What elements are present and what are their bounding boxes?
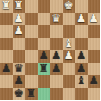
square-d4[interactable]	[50, 38, 63, 51]
black-king: ♚	[14, 88, 24, 101]
white-king: ♚	[64, 0, 74, 13]
black-pawn: ♟	[76, 63, 86, 76]
square-h7[interactable]	[0, 75, 13, 88]
square-a3[interactable]	[88, 25, 101, 38]
square-e4[interactable]	[38, 38, 51, 51]
square-c5[interactable]: ♟	[63, 50, 76, 63]
square-e3[interactable]	[38, 25, 51, 38]
white-pawn: ♟	[89, 13, 99, 26]
square-b2[interactable]: ♟	[75, 13, 88, 26]
black-pawn: ♟	[76, 50, 86, 63]
square-b1[interactable]	[75, 0, 88, 13]
white-bishop: ♝	[64, 38, 74, 51]
square-g1[interactable]: ♜	[13, 0, 26, 13]
square-d2[interactable]: ♛	[50, 13, 63, 26]
square-b3[interactable]	[75, 25, 88, 38]
square-d7[interactable]	[50, 75, 63, 88]
square-c8[interactable]	[63, 88, 76, 101]
square-e7[interactable]	[38, 75, 51, 88]
square-f2[interactable]	[25, 13, 38, 26]
square-d3[interactable]	[50, 25, 63, 38]
square-g2[interactable]: ♟	[13, 13, 26, 26]
square-h6[interactable]: ♟	[0, 63, 13, 76]
square-h3[interactable]	[0, 25, 13, 38]
square-f5[interactable]	[25, 50, 38, 63]
square-g7[interactable]: ♟	[13, 75, 26, 88]
square-a6[interactable]	[88, 63, 101, 76]
black-pawn: ♟	[89, 75, 99, 88]
black-pawn: ♟	[51, 63, 61, 76]
square-e2[interactable]	[38, 13, 51, 26]
square-e6[interactable]: ♜	[38, 63, 51, 76]
square-g8[interactable]: ♚	[13, 88, 26, 101]
square-f1[interactable]	[25, 0, 38, 13]
square-a1[interactable]	[88, 0, 101, 13]
square-g4[interactable]	[13, 38, 26, 51]
square-a5[interactable]	[88, 50, 101, 63]
white-rook: ♜	[14, 0, 24, 13]
square-g5[interactable]	[13, 50, 26, 63]
white-pawn: ♟	[14, 25, 24, 38]
square-f8[interactable]: ♜	[25, 88, 38, 101]
square-c3[interactable]	[63, 25, 76, 38]
square-a7[interactable]: ♟	[88, 75, 101, 88]
square-g3[interactable]: ♟	[13, 25, 26, 38]
square-f7[interactable]	[25, 75, 38, 88]
square-e5[interactable]: ♟	[38, 50, 51, 63]
square-e8[interactable]	[38, 88, 51, 101]
square-c6[interactable]	[63, 63, 76, 76]
white-pawn: ♟	[76, 13, 86, 26]
square-a2[interactable]: ♟	[88, 13, 101, 26]
black-queen: ♛	[14, 63, 24, 76]
square-g6[interactable]: ♛	[13, 63, 26, 76]
black-rook: ♜	[39, 63, 49, 76]
square-b7[interactable]: ♝	[75, 75, 88, 88]
black-pawn: ♟	[1, 63, 11, 76]
square-a4[interactable]	[88, 38, 101, 51]
square-f4[interactable]	[25, 38, 38, 51]
square-f3[interactable]	[25, 25, 38, 38]
square-h2[interactable]	[0, 13, 13, 26]
square-b4[interactable]	[75, 38, 88, 51]
square-b8[interactable]	[75, 88, 88, 101]
black-pawn: ♟	[39, 50, 49, 63]
square-h1[interactable]: ♜	[0, 0, 13, 13]
square-c1[interactable]: ♚	[63, 0, 76, 13]
square-a8[interactable]	[88, 88, 101, 101]
square-c2[interactable]	[63, 13, 76, 26]
black-bishop: ♝	[76, 75, 86, 88]
square-h8[interactable]	[0, 88, 13, 101]
chess-board: ♜♜♚♟♛♟♟♟♝♟♟♟♟♟♛♜♟♟♟♝♟♚♜	[0, 0, 100, 100]
black-rook: ♜	[26, 88, 36, 101]
square-b6[interactable]: ♟	[75, 63, 88, 76]
white-rook: ♜	[1, 0, 11, 13]
black-pawn: ♟	[14, 75, 24, 88]
white-queen: ♛	[51, 13, 61, 26]
square-d1[interactable]	[50, 0, 63, 13]
square-e1[interactable]	[38, 0, 51, 13]
black-pawn: ♟	[51, 50, 61, 63]
square-d8[interactable]	[50, 88, 63, 101]
square-h4[interactable]	[0, 38, 13, 51]
square-c4[interactable]: ♝	[63, 38, 76, 51]
square-b5[interactable]: ♟	[75, 50, 88, 63]
square-d6[interactable]: ♟	[50, 63, 63, 76]
white-pawn: ♟	[64, 50, 74, 63]
square-d5[interactable]: ♟	[50, 50, 63, 63]
square-h5[interactable]	[0, 50, 13, 63]
white-pawn: ♟	[14, 13, 24, 26]
square-f6[interactable]	[25, 63, 38, 76]
square-c7[interactable]	[63, 75, 76, 88]
